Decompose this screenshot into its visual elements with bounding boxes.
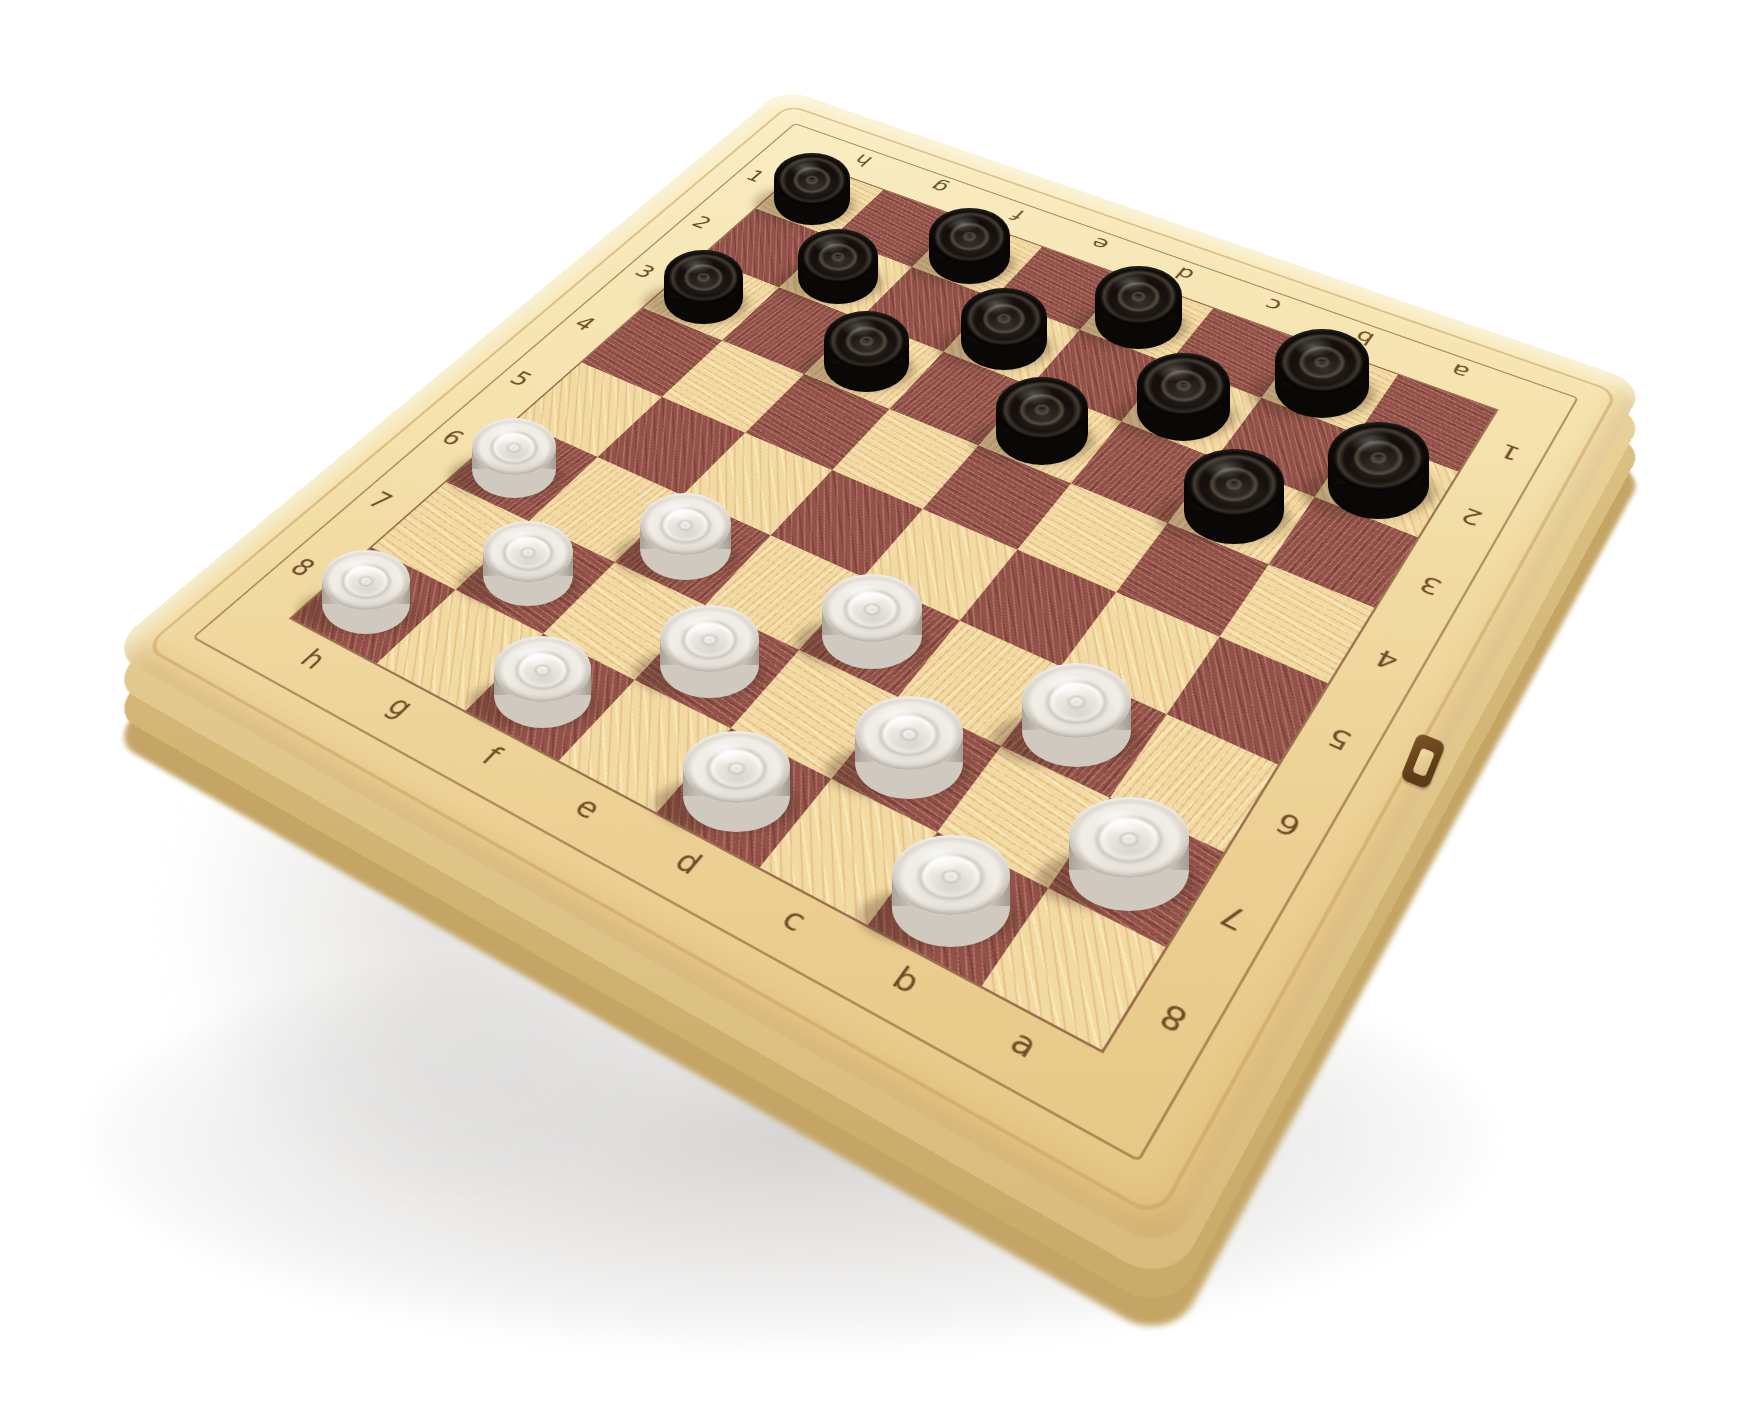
piece-top [1095,266,1182,325]
white-piece-f6[interactable] [640,493,731,580]
white-piece-d6[interactable] [822,574,922,669]
piece-top [892,835,1010,915]
black-piece-e2[interactable] [961,288,1047,370]
piece-top [774,153,849,204]
black-piece-a2[interactable] [1328,422,1429,518]
piece-top [683,731,790,803]
black-piece-f3[interactable] [824,311,909,391]
case-latch-slot [1412,748,1435,777]
piece-top [664,250,742,303]
white-piece-b6[interactable] [1022,663,1132,767]
piece-top [824,311,909,369]
black-piece-b1[interactable] [1275,329,1369,419]
black-piece-d3[interactable] [996,377,1088,464]
black-piece-h1[interactable] [774,153,849,224]
piece-top [494,636,591,702]
white-piece-h6[interactable] [472,418,556,498]
piece-top [660,605,758,672]
white-piece-b8[interactable] [892,835,1010,947]
black-piece-h3[interactable] [664,250,742,324]
black-piece-g2[interactable] [798,229,878,305]
piece-top [1022,663,1132,738]
piece-top [1069,797,1189,878]
piece-top [798,229,878,283]
piece-top [996,377,1088,439]
white-piece-e7[interactable] [660,605,758,699]
piece-top [322,550,410,610]
piece-top [855,696,963,770]
piece-top [1184,449,1284,517]
piece-top [483,521,573,582]
piece-top [1137,353,1230,416]
black-piece-f1[interactable] [929,208,1010,285]
piece-top [1275,329,1369,393]
black-piece-d1[interactable] [1095,266,1182,349]
white-piece-h8[interactable] [322,550,410,634]
white-piece-a7[interactable] [1069,797,1189,911]
render-canvas: 1122334455667788hhggffeeddccbbaa [0,0,1758,1420]
white-piece-d8[interactable] [683,731,790,832]
white-piece-c7[interactable] [855,696,963,799]
piece-top [961,288,1047,346]
piece-top [929,208,1010,263]
white-piece-f8[interactable] [494,636,591,728]
piece-top [640,493,731,555]
black-piece-c2[interactable] [1137,353,1230,442]
white-piece-g7[interactable] [483,521,573,606]
black-piece-b3[interactable] [1184,449,1284,544]
piece-top [822,574,922,642]
